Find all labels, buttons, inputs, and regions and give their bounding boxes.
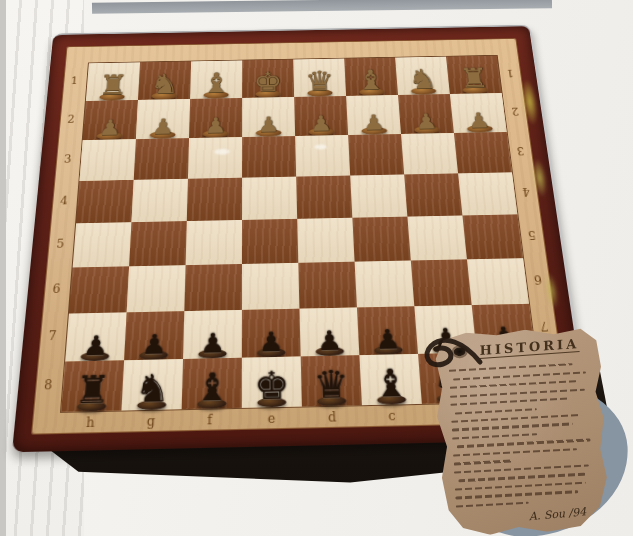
square-g5[interactable]	[129, 221, 187, 266]
square-e1[interactable]: ♚	[242, 59, 294, 98]
rank-label-left-8: 8	[43, 378, 52, 393]
handwritten-line	[455, 408, 537, 415]
rank-label-left-4: 4	[60, 195, 69, 207]
file-label-g: g	[146, 414, 155, 429]
square-e4[interactable]	[242, 177, 297, 220]
square-g1[interactable]: ♞	[138, 61, 191, 100]
square-c6[interactable]	[355, 260, 415, 307]
square-a2[interactable]: ♟	[450, 93, 507, 133]
handwritten-line	[454, 464, 589, 473]
square-f8[interactable]: ♝	[182, 358, 242, 409]
piece-glyph: ♚	[253, 69, 282, 96]
square-g8[interactable]: ♞	[121, 359, 183, 410]
square-c1[interactable]: ♝	[344, 58, 398, 96]
square-a4[interactable]	[458, 172, 517, 215]
handwritten-line	[450, 388, 585, 397]
black-king[interactable]: ♚	[242, 406, 302, 407]
piece-glyph: ♝	[194, 368, 230, 407]
rank-label-right-3: 3	[516, 145, 525, 157]
handwritten-line	[455, 491, 578, 500]
piece-glyph: ♞	[150, 71, 180, 99]
rank-label-left-1: 1	[70, 76, 78, 87]
rank-label-left-5: 5	[56, 238, 65, 251]
square-h7[interactable]: ♟	[65, 312, 127, 361]
piece-glyph: ♟	[257, 114, 279, 135]
piece-glyph: ♟	[467, 110, 491, 131]
handwritten-line	[455, 482, 586, 491]
rank-label-right-1: 1	[506, 67, 514, 78]
handwritten-line	[453, 448, 577, 457]
piece-glyph: ♟	[141, 331, 167, 358]
square-c4[interactable]	[350, 174, 407, 217]
rank-label-right-2: 2	[511, 105, 520, 116]
square-e7[interactable]: ♟	[242, 309, 301, 358]
square-h4[interactable]	[76, 180, 134, 223]
square-a6[interactable]	[467, 258, 529, 305]
black-bishop[interactable]: ♝	[182, 408, 242, 409]
square-b4[interactable]	[404, 173, 462, 216]
signature: A. Sou /94	[442, 505, 587, 531]
rank-label-right-4: 4	[522, 186, 531, 198]
rank-label-left-3: 3	[63, 153, 71, 165]
square-c8[interactable]: ♝	[359, 354, 422, 405]
piece-glyph: ♜	[97, 72, 128, 100]
piece-glyph: ♞	[134, 369, 171, 408]
file-label-h: h	[86, 415, 95, 430]
square-c7[interactable]: ♟	[357, 306, 418, 355]
handwritten-line	[450, 398, 568, 407]
black-bishop[interactable]: ♝	[362, 404, 422, 405]
square-b3[interactable]	[401, 133, 458, 175]
photo-of-chess-set: ♜♞♝♚♛♝♞♜♟♟♟♟♟♟♟♟♟♟♟♟♟♟♟♟♜♞♝♚♛♝♞♜ 1122334…	[0, 0, 633, 536]
piece-glyph: ♞	[407, 66, 438, 93]
square-b1[interactable]: ♞	[395, 57, 450, 95]
square-f6[interactable]	[184, 264, 242, 311]
tag-cord	[414, 326, 498, 384]
handwritten-line	[451, 414, 581, 423]
square-a1[interactable]: ♜	[446, 56, 502, 94]
rank-label-right-7: 7	[540, 319, 550, 333]
piece-glyph: ♝	[202, 70, 231, 98]
square-g7[interactable]: ♟	[124, 311, 184, 360]
black-queen[interactable]: ♛	[302, 405, 362, 406]
square-f7[interactable]: ♟	[183, 310, 242, 359]
square-d2[interactable]: ♟	[294, 96, 348, 136]
piece-glyph: ♟	[82, 332, 109, 359]
handwritten-line	[457, 439, 591, 448]
square-f3[interactable]	[188, 137, 242, 179]
square-e5[interactable]	[242, 219, 298, 264]
piece-glyph: ♟	[98, 117, 121, 138]
square-e6[interactable]	[242, 263, 300, 310]
handwritten-line	[452, 423, 573, 432]
piece-glyph: ♟	[362, 112, 385, 133]
square-b2[interactable]: ♟	[398, 94, 454, 134]
square-g3[interactable]	[134, 138, 189, 180]
square-e3[interactable]	[242, 136, 296, 178]
piece-glyph: ♜	[74, 371, 112, 410]
square-f4[interactable]	[187, 178, 242, 221]
square-f5[interactable]	[186, 220, 242, 265]
square-a3[interactable]	[454, 132, 512, 173]
piece-glyph: ♟	[316, 327, 342, 354]
rank-label-right-5: 5	[527, 228, 536, 241]
rank-label-left-2: 2	[67, 114, 75, 125]
handwritten-line	[458, 473, 585, 482]
rank-label-left-7: 7	[48, 329, 57, 343]
square-h1[interactable]: ♜	[86, 62, 140, 101]
piece-glyph: ♚	[254, 367, 290, 406]
square-f1[interactable]: ♝	[190, 60, 242, 99]
file-label-d: d	[328, 410, 337, 425]
piece-glyph: ♟	[200, 330, 226, 357]
square-g6[interactable]	[127, 265, 186, 312]
piece-glyph: ♝	[356, 67, 387, 94]
square-f2[interactable]: ♟	[189, 98, 242, 138]
piece-glyph: ♟	[151, 116, 174, 137]
black-knight[interactable]: ♞	[121, 409, 181, 410]
piece-glyph: ♛	[313, 366, 350, 405]
rank-label-left-6: 6	[52, 283, 61, 296]
piece-glyph: ♜	[458, 65, 490, 92]
handwritten-line	[456, 502, 529, 508]
piece-glyph: ♟	[374, 326, 401, 353]
square-d6[interactable]	[298, 262, 357, 309]
square-d1[interactable]: ♛	[293, 59, 346, 97]
square-c5[interactable]	[352, 217, 410, 262]
file-label-f: f	[207, 413, 212, 428]
square-h5[interactable]	[73, 222, 132, 267]
square-d3[interactable]	[295, 135, 350, 177]
square-d7[interactable]: ♟	[299, 307, 359, 356]
square-h3[interactable]	[79, 139, 135, 181]
black-rook[interactable]: ♜	[61, 410, 121, 411]
square-d8[interactable]: ♛	[301, 355, 362, 406]
file-label-c: c	[388, 409, 396, 424]
piece-glyph: ♟	[310, 113, 333, 134]
handwritten-line	[452, 433, 537, 440]
square-h8[interactable]: ♜	[61, 360, 124, 411]
piece-glyph: ♟	[205, 115, 227, 136]
square-c2[interactable]: ♟	[346, 95, 401, 135]
square-e2[interactable]: ♟	[242, 97, 295, 137]
square-d4[interactable]	[296, 176, 352, 219]
square-a5[interactable]	[462, 214, 523, 259]
square-e8[interactable]: ♚	[242, 357, 302, 408]
square-h6[interactable]	[69, 266, 129, 313]
file-label-e: e	[268, 411, 276, 426]
piece-glyph: ♟	[258, 328, 284, 355]
square-d5[interactable]	[297, 218, 354, 263]
background-strip	[92, 0, 552, 14]
piece-glyph: ♛	[305, 68, 335, 95]
piece-glyph: ♝	[372, 364, 410, 403]
square-c3[interactable]	[348, 134, 404, 176]
rank-label-right-6: 6	[533, 273, 542, 286]
piece-glyph: ♟	[415, 111, 439, 132]
square-b6[interactable]	[411, 259, 472, 306]
square-g2[interactable]: ♟	[136, 99, 190, 139]
square-g4[interactable]	[131, 179, 187, 222]
square-b5[interactable]	[407, 215, 467, 260]
handwritten-line	[454, 460, 513, 465]
square-h2[interactable]: ♟	[83, 100, 138, 140]
